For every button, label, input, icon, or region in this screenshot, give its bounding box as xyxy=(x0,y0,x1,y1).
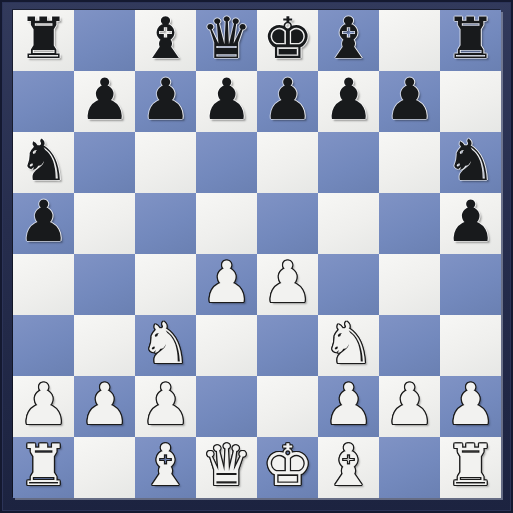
piece-black-pawn[interactable]: ♟ xyxy=(135,71,196,130)
square-e4[interactable]: ♟ xyxy=(257,254,318,315)
piece-black-rook[interactable]: ♜ xyxy=(440,10,501,69)
square-b7[interactable]: ♟ xyxy=(74,71,135,132)
square-a4[interactable] xyxy=(13,254,74,315)
square-h1[interactable]: ♜ xyxy=(440,437,501,498)
piece-white-bishop[interactable]: ♝ xyxy=(135,437,196,496)
square-h3[interactable] xyxy=(440,315,501,376)
square-c6[interactable] xyxy=(135,132,196,193)
square-g3[interactable] xyxy=(379,315,440,376)
square-e2[interactable] xyxy=(257,376,318,437)
square-d5[interactable] xyxy=(196,193,257,254)
square-c4[interactable] xyxy=(135,254,196,315)
square-f4[interactable] xyxy=(318,254,379,315)
square-g2[interactable]: ♟ xyxy=(379,376,440,437)
square-f7[interactable]: ♟ xyxy=(318,71,379,132)
piece-black-pawn[interactable]: ♟ xyxy=(74,71,135,130)
square-e7[interactable]: ♟ xyxy=(257,71,318,132)
square-g8[interactable] xyxy=(379,10,440,71)
square-b6[interactable] xyxy=(74,132,135,193)
piece-black-queen[interactable]: ♛ xyxy=(196,10,257,69)
square-h8[interactable]: ♜ xyxy=(440,10,501,71)
square-f3[interactable]: ♞ xyxy=(318,315,379,376)
square-d4[interactable]: ♟ xyxy=(196,254,257,315)
square-c7[interactable]: ♟ xyxy=(135,71,196,132)
square-d3[interactable] xyxy=(196,315,257,376)
piece-white-knight[interactable]: ♞ xyxy=(135,315,196,374)
square-b5[interactable] xyxy=(74,193,135,254)
square-f2[interactable]: ♟ xyxy=(318,376,379,437)
square-h4[interactable] xyxy=(440,254,501,315)
piece-white-rook[interactable]: ♜ xyxy=(13,437,74,496)
square-e6[interactable] xyxy=(257,132,318,193)
square-h6[interactable]: ♞ xyxy=(440,132,501,193)
square-h2[interactable]: ♟ xyxy=(440,376,501,437)
piece-white-pawn[interactable]: ♟ xyxy=(379,376,440,435)
square-e5[interactable] xyxy=(257,193,318,254)
square-c1[interactable]: ♝ xyxy=(135,437,196,498)
square-d7[interactable]: ♟ xyxy=(196,71,257,132)
square-b3[interactable] xyxy=(74,315,135,376)
square-b8[interactable] xyxy=(74,10,135,71)
piece-white-pawn[interactable]: ♟ xyxy=(318,376,379,435)
square-g5[interactable] xyxy=(379,193,440,254)
piece-black-pawn[interactable]: ♟ xyxy=(196,71,257,130)
square-e8[interactable]: ♚ xyxy=(257,10,318,71)
piece-white-pawn[interactable]: ♟ xyxy=(13,376,74,435)
square-b1[interactable] xyxy=(74,437,135,498)
square-c2[interactable]: ♟ xyxy=(135,376,196,437)
square-a7[interactable] xyxy=(13,71,74,132)
square-e1[interactable]: ♚ xyxy=(257,437,318,498)
square-a1[interactable]: ♜ xyxy=(13,437,74,498)
piece-black-rook[interactable]: ♜ xyxy=(13,10,74,69)
square-c3[interactable]: ♞ xyxy=(135,315,196,376)
piece-white-pawn[interactable]: ♟ xyxy=(135,376,196,435)
piece-white-queen[interactable]: ♛ xyxy=(196,437,257,496)
piece-black-pawn[interactable]: ♟ xyxy=(440,193,501,252)
piece-white-pawn[interactable]: ♟ xyxy=(257,254,318,313)
piece-white-bishop[interactable]: ♝ xyxy=(318,437,379,496)
square-d8[interactable]: ♛ xyxy=(196,10,257,71)
square-b2[interactable]: ♟ xyxy=(74,376,135,437)
square-g7[interactable]: ♟ xyxy=(379,71,440,132)
piece-black-knight[interactable]: ♞ xyxy=(440,132,501,191)
piece-white-pawn[interactable]: ♟ xyxy=(196,254,257,313)
square-a3[interactable] xyxy=(13,315,74,376)
square-g6[interactable] xyxy=(379,132,440,193)
piece-black-bishop[interactable]: ♝ xyxy=(318,10,379,69)
chess-board-frame: ♜♝♛♚♝♜♟♟♟♟♟♟♞♞♟♟♟♟♞♞♟♟♟♟♟♟♜♝♛♚♝♜ xyxy=(0,0,513,513)
square-g1[interactable] xyxy=(379,437,440,498)
square-e3[interactable] xyxy=(257,315,318,376)
piece-white-rook[interactable]: ♜ xyxy=(440,437,501,496)
piece-black-pawn[interactable]: ♟ xyxy=(257,71,318,130)
square-d1[interactable]: ♛ xyxy=(196,437,257,498)
piece-black-king[interactable]: ♚ xyxy=(257,10,318,69)
square-a5[interactable]: ♟ xyxy=(13,193,74,254)
piece-white-king[interactable]: ♚ xyxy=(257,437,318,496)
square-h7[interactable] xyxy=(440,71,501,132)
piece-black-pawn[interactable]: ♟ xyxy=(379,71,440,130)
piece-white-pawn[interactable]: ♟ xyxy=(74,376,135,435)
square-f1[interactable]: ♝ xyxy=(318,437,379,498)
square-b4[interactable] xyxy=(74,254,135,315)
piece-black-pawn[interactable]: ♟ xyxy=(13,193,74,252)
piece-black-bishop[interactable]: ♝ xyxy=(135,10,196,69)
piece-white-pawn[interactable]: ♟ xyxy=(440,376,501,435)
square-a6[interactable]: ♞ xyxy=(13,132,74,193)
square-c8[interactable]: ♝ xyxy=(135,10,196,71)
square-h5[interactable]: ♟ xyxy=(440,193,501,254)
chess-board: ♜♝♛♚♝♜♟♟♟♟♟♟♞♞♟♟♟♟♞♞♟♟♟♟♟♟♜♝♛♚♝♜ xyxy=(13,10,501,498)
square-f8[interactable]: ♝ xyxy=(318,10,379,71)
square-d6[interactable] xyxy=(196,132,257,193)
square-g4[interactable] xyxy=(379,254,440,315)
square-a2[interactable]: ♟ xyxy=(13,376,74,437)
piece-white-knight[interactable]: ♞ xyxy=(318,315,379,374)
square-d2[interactable] xyxy=(196,376,257,437)
square-c5[interactable] xyxy=(135,193,196,254)
square-a8[interactable]: ♜ xyxy=(13,10,74,71)
piece-black-pawn[interactable]: ♟ xyxy=(318,71,379,130)
square-f5[interactable] xyxy=(318,193,379,254)
piece-black-knight[interactable]: ♞ xyxy=(13,132,74,191)
square-f6[interactable] xyxy=(318,132,379,193)
